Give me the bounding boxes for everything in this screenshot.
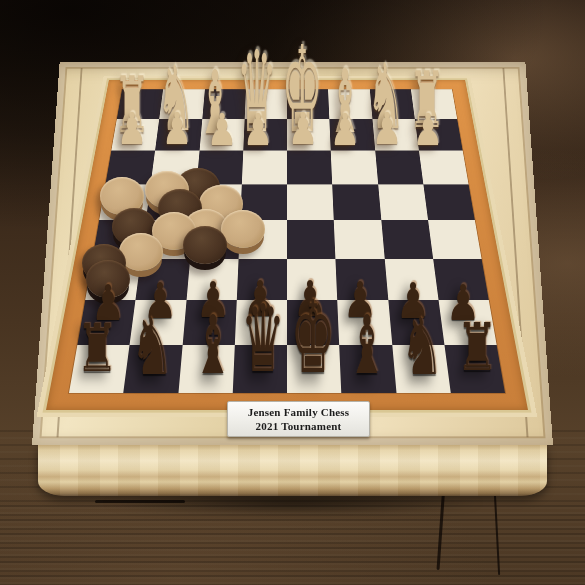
chess-box-front-molding (38, 444, 547, 496)
board-square[interactable] (287, 220, 336, 259)
light-pawn[interactable]: ♟ (160, 106, 194, 150)
dark-knight[interactable]: ♞ (398, 307, 446, 386)
light-pawn[interactable]: ♟ (370, 106, 404, 150)
dark-checker-disc[interactable] (183, 226, 227, 264)
light-pawn[interactable]: ♟ (205, 107, 239, 151)
board-square[interactable] (381, 220, 433, 259)
board-square[interactable] (287, 184, 334, 220)
label-line-1: Jensen Family Chess (248, 405, 350, 419)
board-square[interactable] (331, 151, 378, 185)
board-square[interactable] (423, 184, 475, 220)
tournament-label-plate: Jensen Family Chess 2021 Tournament (227, 401, 370, 437)
dark-rook[interactable]: ♜ (454, 314, 501, 380)
photo-scene: ♜♞♝♛♚♝♞♜♟♟♟♟♟♟♟♟♟♟♟♟♟♟♟♟♜♞♝♛♚♝♞♜ Jensen … (0, 0, 585, 585)
dark-rook[interactable]: ♜ (74, 315, 121, 381)
light-pawn[interactable]: ♟ (115, 106, 149, 150)
dark-bishop[interactable]: ♝ (345, 304, 390, 385)
board-square[interactable] (332, 184, 381, 220)
dark-king[interactable]: ♚ (288, 288, 338, 388)
dark-knight[interactable]: ♞ (128, 307, 176, 386)
light-pawn[interactable]: ♟ (241, 107, 275, 151)
light-pawn[interactable]: ♟ (328, 107, 362, 151)
board-square[interactable] (334, 220, 384, 259)
board-square[interactable] (428, 220, 482, 259)
dark-queen[interactable]: ♛ (239, 293, 288, 386)
light-checker-disc[interactable] (221, 210, 265, 248)
board-square[interactable] (378, 184, 428, 220)
light-pawn[interactable]: ♟ (286, 106, 320, 150)
board-square[interactable] (375, 151, 423, 185)
light-pawn[interactable]: ♟ (411, 107, 445, 151)
label-line-2: 2021 Tournament (256, 419, 342, 433)
dark-bishop[interactable]: ♝ (191, 304, 236, 385)
board-square[interactable] (419, 151, 469, 185)
